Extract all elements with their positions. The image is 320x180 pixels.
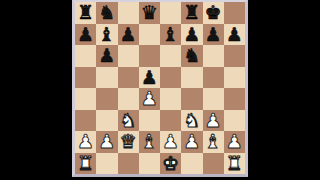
square-c7[interactable]: ♟ [118, 24, 139, 46]
black-pawn-piece: ♟ [141, 67, 158, 86]
square-a7[interactable]: ♟ [75, 24, 96, 46]
square-g7[interactable]: ♟ [203, 24, 224, 46]
square-e7[interactable]: ♝ [160, 24, 181, 46]
white-bishop-piece: ♝ [205, 132, 222, 151]
square-f2[interactable]: ♟ [181, 131, 202, 153]
square-d3[interactable] [139, 110, 160, 132]
square-g2[interactable]: ♝ [203, 131, 224, 153]
square-f4[interactable] [181, 88, 202, 110]
square-g1[interactable] [203, 153, 224, 175]
black-queen-piece: ♛ [141, 3, 158, 22]
black-pawn-piece: ♟ [226, 24, 243, 43]
black-king-piece: ♚ [205, 3, 222, 22]
square-c3[interactable]: ♞ [118, 110, 139, 132]
white-knight-piece: ♞ [183, 110, 200, 129]
square-b6[interactable]: ♟ [96, 45, 117, 67]
square-d2[interactable]: ♝ [139, 131, 160, 153]
square-e2[interactable]: ♟ [160, 131, 181, 153]
square-c2[interactable]: ♛ [118, 131, 139, 153]
square-d1[interactable] [139, 153, 160, 175]
white-rook-piece: ♜ [226, 153, 243, 172]
white-bishop-piece: ♝ [141, 132, 158, 151]
square-a4[interactable] [75, 88, 96, 110]
square-e6[interactable] [160, 45, 181, 67]
square-h5[interactable] [224, 67, 245, 89]
square-g3[interactable]: ♟ [203, 110, 224, 132]
white-pawn-piece: ♟ [162, 132, 179, 151]
square-h6[interactable] [224, 45, 245, 67]
square-f3[interactable]: ♞ [181, 110, 202, 132]
square-c1[interactable] [118, 153, 139, 175]
square-c8[interactable] [118, 2, 139, 24]
square-e5[interactable] [160, 67, 181, 89]
white-queen-piece: ♛ [120, 132, 137, 151]
square-f6[interactable]: ♞ [181, 45, 202, 67]
square-h2[interactable]: ♟ [224, 131, 245, 153]
square-h3[interactable] [224, 110, 245, 132]
black-bishop-piece: ♝ [162, 24, 179, 43]
square-e3[interactable] [160, 110, 181, 132]
square-b8[interactable]: ♞ [96, 2, 117, 24]
square-a1[interactable]: ♜ [75, 153, 96, 175]
black-rook-piece: ♜ [183, 3, 200, 22]
square-b1[interactable] [96, 153, 117, 175]
square-b3[interactable] [96, 110, 117, 132]
black-pawn-piece: ♟ [120, 24, 137, 43]
square-d7[interactable] [139, 24, 160, 46]
white-pawn-piece: ♟ [183, 132, 200, 151]
black-pawn-piece: ♟ [98, 46, 115, 65]
square-a3[interactable] [75, 110, 96, 132]
square-f5[interactable] [181, 67, 202, 89]
square-f7[interactable]: ♟ [181, 24, 202, 46]
square-d5[interactable]: ♟ [139, 67, 160, 89]
square-e8[interactable] [160, 2, 181, 24]
white-king-piece: ♚ [162, 153, 179, 172]
square-c5[interactable] [118, 67, 139, 89]
black-knight-piece: ♞ [183, 46, 200, 65]
square-a8[interactable]: ♜ [75, 2, 96, 24]
square-h7[interactable]: ♟ [224, 24, 245, 46]
square-g4[interactable] [203, 88, 224, 110]
square-c6[interactable] [118, 45, 139, 67]
black-rook-piece: ♜ [77, 3, 94, 22]
square-b7[interactable]: ♝ [96, 24, 117, 46]
page-background: ♜♞♛♜♚♟♝♟♝♟♟♟♟♞♟♟♞♞♟♟♟♛♝♟♟♝♟♜♚♜ [0, 0, 320, 180]
white-rook-piece: ♜ [77, 153, 94, 172]
square-b4[interactable] [96, 88, 117, 110]
square-a5[interactable] [75, 67, 96, 89]
white-knight-piece: ♞ [120, 110, 137, 129]
square-d4[interactable]: ♟ [139, 88, 160, 110]
square-b5[interactable] [96, 67, 117, 89]
chess-board: ♜♞♛♜♚♟♝♟♝♟♟♟♟♞♟♟♞♞♟♟♟♛♝♟♟♝♟♜♚♜ [75, 2, 245, 174]
square-h4[interactable] [224, 88, 245, 110]
square-f8[interactable]: ♜ [181, 2, 202, 24]
square-b2[interactable]: ♟ [96, 131, 117, 153]
white-pawn-piece: ♟ [141, 89, 158, 108]
square-d6[interactable] [139, 45, 160, 67]
square-e1[interactable]: ♚ [160, 153, 181, 175]
white-pawn-piece: ♟ [205, 110, 222, 129]
black-pawn-piece: ♟ [183, 24, 200, 43]
square-a6[interactable] [75, 45, 96, 67]
square-e4[interactable] [160, 88, 181, 110]
square-c4[interactable] [118, 88, 139, 110]
square-d8[interactable]: ♛ [139, 2, 160, 24]
square-a2[interactable]: ♟ [75, 131, 96, 153]
black-knight-piece: ♞ [98, 3, 115, 22]
black-bishop-piece: ♝ [98, 24, 115, 43]
square-f1[interactable] [181, 153, 202, 175]
square-g5[interactable] [203, 67, 224, 89]
square-g6[interactable] [203, 45, 224, 67]
chess-board-frame: ♜♞♛♜♚♟♝♟♝♟♟♟♟♞♟♟♞♞♟♟♟♛♝♟♟♝♟♜♚♜ [72, 0, 248, 177]
square-h1[interactable]: ♜ [224, 153, 245, 175]
black-pawn-piece: ♟ [205, 24, 222, 43]
white-pawn-piece: ♟ [98, 132, 115, 151]
white-pawn-piece: ♟ [226, 132, 243, 151]
black-pawn-piece: ♟ [77, 24, 94, 43]
white-pawn-piece: ♟ [77, 132, 94, 151]
square-h8[interactable] [224, 2, 245, 24]
square-g8[interactable]: ♚ [203, 2, 224, 24]
